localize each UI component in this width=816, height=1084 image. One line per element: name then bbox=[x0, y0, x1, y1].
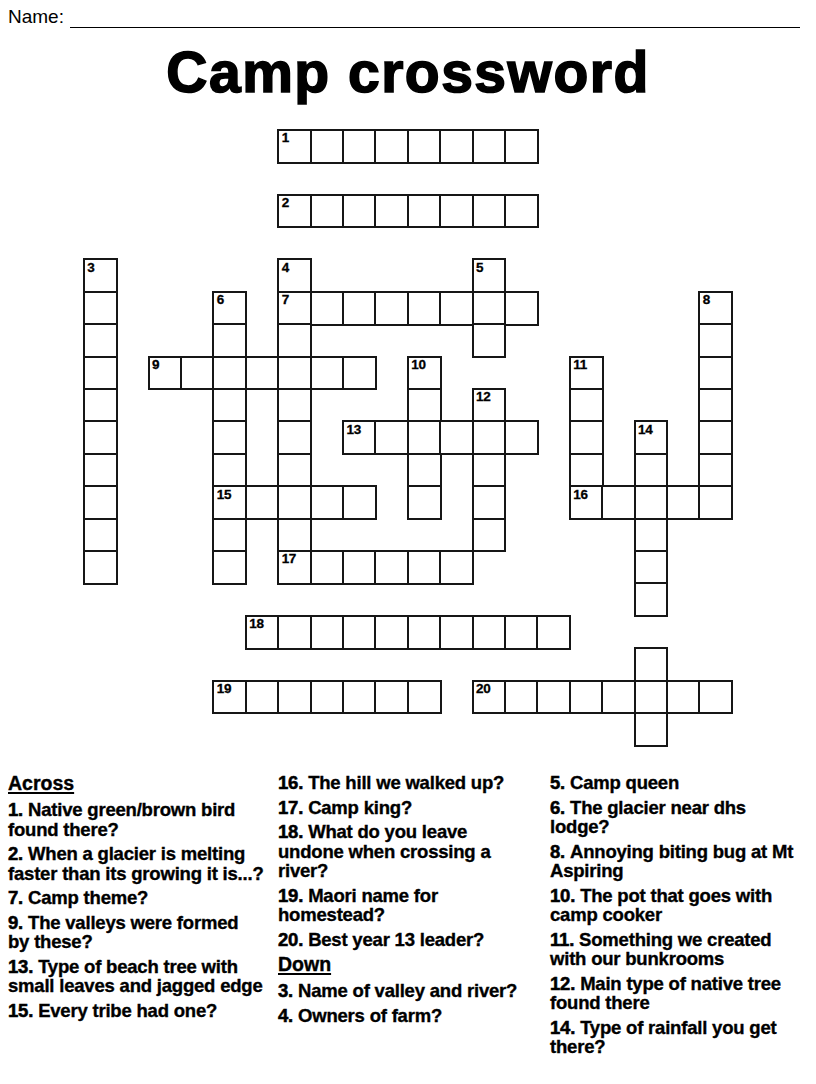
grid-cell[interactable] bbox=[634, 680, 669, 715]
grid-cell[interactable] bbox=[472, 518, 507, 553]
grid-cell[interactable] bbox=[180, 356, 215, 391]
grid-cell[interactable] bbox=[634, 485, 669, 520]
grid-cell[interactable] bbox=[407, 550, 442, 585]
grid-cell[interactable] bbox=[472, 420, 507, 455]
clue-text: When a glacier is melting faster than it… bbox=[8, 843, 264, 884]
clue-number: 3. bbox=[278, 980, 293, 1001]
clue-number: 8. bbox=[550, 841, 565, 862]
grid-cell[interactable] bbox=[83, 388, 118, 423]
clue-6-down: 6.The glacier near dhs lodge? bbox=[550, 798, 804, 837]
grid-cell[interactable] bbox=[374, 420, 409, 455]
clue-text: The hill we walked up? bbox=[308, 772, 504, 793]
crossword-worksheet: Name: Camp crossword 1234567891011121314… bbox=[0, 0, 816, 1084]
clue-text: Annoying biting bug at Mt Aspiring bbox=[550, 841, 793, 882]
grid-cell[interactable]: 8 bbox=[698, 291, 733, 326]
clue-number: 11. bbox=[550, 929, 574, 950]
grid-cell[interactable] bbox=[212, 420, 247, 455]
clue-number: 10. bbox=[550, 885, 575, 906]
grid-cell[interactable]: 18 bbox=[245, 615, 280, 650]
name-label: Name: bbox=[8, 6, 64, 28]
cell-number-1: 1 bbox=[282, 131, 289, 145]
grid-cell[interactable] bbox=[634, 518, 669, 553]
clue-text: The valleys were formed by these? bbox=[8, 912, 238, 953]
grid-cell[interactable] bbox=[277, 518, 312, 553]
clue-text: Every tribe had one? bbox=[38, 1000, 217, 1021]
grid-cell[interactable] bbox=[277, 485, 312, 520]
cell-number-10: 10 bbox=[411, 358, 425, 372]
grid-cell[interactable]: 17 bbox=[277, 550, 312, 585]
grid-cell[interactable]: 13 bbox=[342, 420, 377, 455]
clue-text: Something we created with our bunkrooms bbox=[550, 929, 771, 970]
cell-number-2: 2 bbox=[282, 196, 289, 210]
grid-cell[interactable] bbox=[277, 323, 312, 358]
grid-cell[interactable] bbox=[245, 680, 280, 715]
grid-cell[interactable]: 1 bbox=[277, 129, 312, 164]
clue-number: 5. bbox=[550, 772, 565, 793]
clue-column-1: Across1.Native green/brown bird found th… bbox=[8, 773, 264, 1025]
grid-cell[interactable] bbox=[504, 420, 539, 455]
grid-cell[interactable] bbox=[569, 388, 604, 423]
clue-number: 20. bbox=[278, 929, 303, 950]
clue-text: The pot that goes with camp cooker bbox=[550, 885, 772, 926]
grid-cell[interactable]: 12 bbox=[472, 388, 507, 423]
grid-cell[interactable]: 19 bbox=[212, 680, 247, 715]
grid-cell[interactable] bbox=[472, 323, 507, 358]
grid-cell[interactable] bbox=[472, 194, 507, 229]
grid-cell[interactable] bbox=[212, 356, 247, 391]
grid-cell[interactable] bbox=[698, 680, 733, 715]
grid-cell[interactable] bbox=[439, 550, 474, 585]
clue-12-down: 12.Main type of native tree found there bbox=[550, 974, 804, 1013]
grid-cell[interactable] bbox=[212, 518, 247, 553]
grid-cell[interactable] bbox=[83, 518, 118, 553]
cell-number-8: 8 bbox=[703, 293, 710, 307]
grid-cell[interactable] bbox=[277, 420, 312, 455]
grid-cell[interactable] bbox=[504, 129, 539, 164]
cell-number-6: 6 bbox=[217, 293, 224, 307]
grid-cell[interactable] bbox=[666, 680, 701, 715]
clue-text: Name of valley and river? bbox=[298, 980, 517, 1001]
grid-cell[interactable] bbox=[472, 485, 507, 520]
name-row: Name: bbox=[8, 6, 800, 28]
clue-9-across: 9.The valleys were formed by these? bbox=[8, 913, 264, 952]
grid-cell[interactable] bbox=[342, 129, 377, 164]
clue-text: Camp theme? bbox=[28, 887, 148, 908]
grid-cell[interactable]: 14 bbox=[634, 420, 669, 455]
clue-text: Camp queen bbox=[570, 772, 679, 793]
clue-10-down: 10.The pot that goes with camp cooker bbox=[550, 886, 804, 925]
clue-number: 19. bbox=[278, 885, 303, 906]
grid-cell[interactable] bbox=[83, 453, 118, 488]
grid-cell[interactable] bbox=[374, 291, 409, 326]
cell-number-20: 20 bbox=[476, 682, 490, 696]
cell-number-9: 9 bbox=[152, 358, 159, 372]
grid-cell[interactable] bbox=[569, 453, 604, 488]
grid-cell[interactable]: 10 bbox=[407, 356, 442, 391]
grid-cell[interactable] bbox=[277, 680, 312, 715]
clue-text: Type of beach tree with small leaves and… bbox=[8, 956, 263, 997]
clue-7-across: 7.Camp theme? bbox=[8, 888, 264, 908]
grid-cell[interactable] bbox=[407, 615, 442, 650]
grid-cell[interactable] bbox=[310, 485, 345, 520]
clue-13-across: 13.Type of beach tree with small leaves … bbox=[8, 957, 264, 996]
grid-cell[interactable] bbox=[634, 647, 669, 682]
grid-cell[interactable] bbox=[407, 453, 442, 488]
grid-cell[interactable] bbox=[698, 485, 733, 520]
name-blank-line[interactable] bbox=[70, 7, 800, 28]
grid-cell[interactable]: 11 bbox=[569, 356, 604, 391]
clue-2-across: 2.When a glacier is melting faster than … bbox=[8, 844, 264, 883]
cell-number-17: 17 bbox=[282, 552, 296, 566]
grid-cell[interactable] bbox=[342, 485, 377, 520]
clue-17-across: 17.Camp king? bbox=[278, 798, 534, 818]
grid-cell[interactable]: 5 bbox=[472, 258, 507, 293]
grid-cell[interactable] bbox=[698, 388, 733, 423]
grid-cell[interactable] bbox=[407, 194, 442, 229]
clue-text: The glacier near dhs lodge? bbox=[550, 797, 746, 838]
cell-number-14: 14 bbox=[638, 423, 652, 437]
clue-16-across: 16.The hill we walked up? bbox=[278, 773, 534, 793]
grid-cell[interactable] bbox=[407, 485, 442, 520]
down-heading: Down bbox=[278, 954, 534, 975]
grid-cell[interactable] bbox=[472, 129, 507, 164]
grid-cell[interactable]: 2 bbox=[277, 194, 312, 229]
cell-number-11: 11 bbox=[573, 358, 587, 372]
grid-cell[interactable] bbox=[310, 129, 345, 164]
grid-cell[interactable] bbox=[277, 453, 312, 488]
grid-cell[interactable] bbox=[374, 194, 409, 229]
grid-cell[interactable]: 6 bbox=[212, 291, 247, 326]
clue-15-across: 15.Every tribe had one? bbox=[8, 1001, 264, 1021]
clue-number: 1. bbox=[8, 799, 23, 820]
grid-cell[interactable] bbox=[439, 129, 474, 164]
grid-cell[interactable] bbox=[504, 291, 539, 326]
clue-number: 17. bbox=[278, 797, 303, 818]
grid-cell[interactable] bbox=[634, 582, 669, 617]
grid-cell[interactable] bbox=[212, 388, 247, 423]
clue-1-across: 1.Native green/brown bird found there? bbox=[8, 800, 264, 839]
grid-cell[interactable] bbox=[83, 420, 118, 455]
clue-text: Camp king? bbox=[308, 797, 412, 818]
clue-number: 7. bbox=[8, 887, 23, 908]
grid-cell[interactable] bbox=[310, 615, 345, 650]
grid-cell[interactable] bbox=[277, 356, 312, 391]
clue-19-across: 19.Maori name for homestead? bbox=[278, 886, 534, 925]
grid-cell[interactable] bbox=[374, 550, 409, 585]
grid-cell[interactable] bbox=[407, 388, 442, 423]
cell-number-18: 18 bbox=[249, 617, 263, 631]
clue-number: 9. bbox=[8, 912, 23, 933]
grid-cell[interactable] bbox=[504, 615, 539, 650]
cell-number-12: 12 bbox=[476, 390, 490, 404]
grid-cell[interactable] bbox=[342, 194, 377, 229]
clue-number: 15. bbox=[8, 1000, 33, 1021]
grid-cell[interactable] bbox=[439, 615, 474, 650]
clue-text: Native green/brown bird found there? bbox=[8, 799, 235, 840]
page-title: Camp crossword bbox=[0, 38, 816, 106]
grid-cell[interactable] bbox=[536, 680, 571, 715]
cell-number-5: 5 bbox=[476, 261, 483, 275]
grid-cell[interactable] bbox=[83, 550, 118, 585]
grid-cell[interactable] bbox=[407, 420, 442, 455]
clue-5-down: 5.Camp queen bbox=[550, 773, 804, 793]
cell-number-3: 3 bbox=[87, 261, 94, 275]
grid-cell[interactable] bbox=[342, 680, 377, 715]
grid-cell[interactable] bbox=[374, 129, 409, 164]
grid-cell[interactable] bbox=[698, 356, 733, 391]
grid-cell[interactable] bbox=[634, 550, 669, 585]
grid-cell[interactable] bbox=[212, 323, 247, 358]
clue-20-across: 20.Best year 13 leader? bbox=[278, 930, 534, 950]
grid-cell[interactable]: 16 bbox=[569, 485, 604, 520]
clue-text: Best year 13 leader? bbox=[308, 929, 484, 950]
grid-cell[interactable] bbox=[698, 453, 733, 488]
crossword-grid: 1234567891011121314151617181920 bbox=[84, 130, 732, 746]
cell-number-13: 13 bbox=[346, 423, 360, 437]
clue-14-down: 14.Type of rainfall you get there? bbox=[550, 1018, 804, 1057]
grid-cell[interactable] bbox=[83, 291, 118, 326]
grid-cell[interactable] bbox=[310, 680, 345, 715]
grid-cell[interactable] bbox=[407, 129, 442, 164]
clue-18-across: 18.What do you leave undone when crossin… bbox=[278, 822, 534, 881]
clue-number: 12. bbox=[550, 973, 575, 994]
clue-number: 13. bbox=[8, 956, 33, 977]
grid-cell[interactable] bbox=[634, 453, 669, 488]
clue-number: 4. bbox=[278, 1005, 293, 1026]
grid-cell[interactable] bbox=[504, 680, 539, 715]
clue-text: Type of rainfall you get there? bbox=[550, 1017, 776, 1058]
grid-cell[interactable] bbox=[407, 291, 442, 326]
grid-cell[interactable] bbox=[310, 291, 345, 326]
clue-8-down: 8.Annoying biting bug at Mt Aspiring bbox=[550, 842, 804, 881]
grid-cell[interactable] bbox=[342, 615, 377, 650]
grid-cell[interactable] bbox=[310, 356, 345, 391]
grid-cell[interactable]: 9 bbox=[148, 356, 183, 391]
grid-cell[interactable] bbox=[310, 194, 345, 229]
clue-number: 6. bbox=[550, 797, 565, 818]
grid-cell[interactable] bbox=[472, 453, 507, 488]
grid-cell[interactable] bbox=[504, 194, 539, 229]
clue-text: Owners of farm? bbox=[298, 1005, 442, 1026]
clue-number: 2. bbox=[8, 843, 23, 864]
grid-cell[interactable] bbox=[601, 680, 636, 715]
across-heading: Across bbox=[8, 773, 264, 794]
grid-cell[interactable] bbox=[407, 680, 442, 715]
grid-cell[interactable] bbox=[569, 680, 604, 715]
grid-cell[interactable] bbox=[634, 712, 669, 747]
cell-number-15: 15 bbox=[217, 488, 231, 502]
grid-cell[interactable] bbox=[439, 291, 474, 326]
grid-cell[interactable] bbox=[374, 680, 409, 715]
clue-3-down: 3.Name of valley and river? bbox=[278, 981, 534, 1001]
clue-number: 14. bbox=[550, 1017, 575, 1038]
grid-cell[interactable] bbox=[472, 615, 507, 650]
grid-cell[interactable] bbox=[342, 356, 377, 391]
cell-number-7: 7 bbox=[282, 293, 289, 307]
grid-cell[interactable] bbox=[83, 323, 118, 358]
grid-cell[interactable] bbox=[569, 420, 604, 455]
grid-cell[interactable] bbox=[342, 291, 377, 326]
clue-4-down: 4.Owners of farm? bbox=[278, 1006, 534, 1026]
grid-cell[interactable] bbox=[472, 291, 507, 326]
grid-cell[interactable] bbox=[698, 420, 733, 455]
grid-cell[interactable]: 7 bbox=[277, 291, 312, 326]
clue-11-down: 11.Something we created with our bunkroo… bbox=[550, 930, 804, 969]
clue-text: Main type of native tree found there bbox=[550, 973, 781, 1014]
cell-number-19: 19 bbox=[217, 682, 231, 696]
grid-cell[interactable] bbox=[212, 453, 247, 488]
clue-column-3: 5.Camp queen6.The glacier near dhs lodge… bbox=[550, 773, 804, 1062]
clue-column-2: 16.The hill we walked up?17.Camp king?18… bbox=[278, 773, 534, 1030]
grid-cell[interactable] bbox=[536, 615, 571, 650]
grid-cell[interactable] bbox=[212, 550, 247, 585]
grid-cell[interactable] bbox=[245, 485, 280, 520]
grid-cell[interactable]: 3 bbox=[83, 258, 118, 293]
grid-cell[interactable] bbox=[83, 356, 118, 391]
grid-cell[interactable] bbox=[374, 615, 409, 650]
grid-cell[interactable] bbox=[342, 550, 377, 585]
grid-cell[interactable] bbox=[601, 485, 636, 520]
grid-cell[interactable]: 4 bbox=[277, 258, 312, 293]
grid-cell[interactable] bbox=[439, 420, 474, 455]
clue-text: What do you leave undone when crossing a… bbox=[278, 821, 491, 881]
grid-cell[interactable] bbox=[277, 615, 312, 650]
grid-cell[interactable] bbox=[245, 356, 280, 391]
cell-number-4: 4 bbox=[282, 261, 289, 275]
grid-cell[interactable]: 15 bbox=[212, 485, 247, 520]
grid-cell[interactable] bbox=[310, 550, 345, 585]
grid-cell[interactable] bbox=[698, 323, 733, 358]
grid-cell[interactable] bbox=[277, 388, 312, 423]
grid-cell[interactable] bbox=[666, 485, 701, 520]
clue-number: 16. bbox=[278, 772, 303, 793]
grid-cell[interactable] bbox=[83, 485, 118, 520]
clue-number: 18. bbox=[278, 821, 303, 842]
cell-number-16: 16 bbox=[573, 488, 587, 502]
grid-cell[interactable] bbox=[439, 194, 474, 229]
grid-cell[interactable]: 20 bbox=[472, 680, 507, 715]
